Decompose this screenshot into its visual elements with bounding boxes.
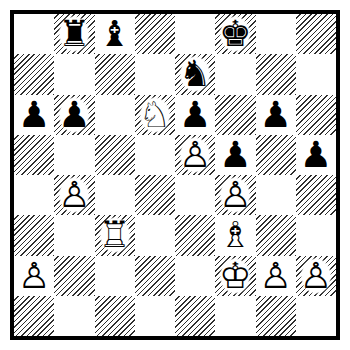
square-a7[interactable] — [14, 54, 54, 94]
square-a8[interactable] — [14, 14, 54, 54]
square-h4[interactable] — [296, 175, 336, 215]
square-h8[interactable] — [296, 14, 336, 54]
square-e1[interactable] — [175, 296, 215, 336]
square-b1[interactable] — [54, 296, 94, 336]
square-f1[interactable] — [215, 296, 255, 336]
square-b5[interactable] — [54, 135, 94, 175]
square-d7[interactable] — [135, 54, 175, 94]
piece-white-pawn[interactable]: ♙ — [259, 256, 291, 296]
piece-white-pawn[interactable]: ♙ — [219, 175, 251, 215]
piece-white-rook[interactable]: ♖ — [98, 215, 130, 255]
square-f7[interactable] — [215, 54, 255, 94]
piece-black-knight[interactable]: ♞ — [179, 54, 211, 94]
piece-white-pawn[interactable]: ♙ — [300, 256, 332, 296]
square-d6[interactable]: ♘ — [135, 95, 175, 135]
square-c6[interactable] — [95, 95, 135, 135]
piece-white-bishop[interactable]: ♗ — [219, 215, 251, 255]
square-b4[interactable]: ♙ — [54, 175, 94, 215]
square-b8[interactable]: ♜ — [54, 14, 94, 54]
square-c8[interactable]: ♝ — [95, 14, 135, 54]
square-b7[interactable] — [54, 54, 94, 94]
square-d8[interactable] — [135, 14, 175, 54]
chess-board: ♜♝♚♞♟♟♘♟♟♙♟♟♙♙♖♗♙♔♙♙ — [14, 14, 336, 336]
square-c4[interactable] — [95, 175, 135, 215]
square-a2[interactable]: ♙ — [14, 256, 54, 296]
square-g3[interactable] — [256, 215, 296, 255]
piece-black-bishop[interactable]: ♝ — [98, 14, 130, 54]
square-f4[interactable]: ♙ — [215, 175, 255, 215]
square-d1[interactable] — [135, 296, 175, 336]
square-d4[interactable] — [135, 175, 175, 215]
square-g2[interactable]: ♙ — [256, 256, 296, 296]
piece-black-rook[interactable]: ♜ — [58, 14, 90, 54]
piece-white-pawn[interactable]: ♙ — [18, 256, 50, 296]
square-f8[interactable]: ♚ — [215, 14, 255, 54]
piece-white-pawn[interactable]: ♙ — [179, 135, 211, 175]
square-b6[interactable]: ♟ — [54, 95, 94, 135]
square-a4[interactable] — [14, 175, 54, 215]
piece-black-king[interactable]: ♚ — [219, 14, 251, 54]
square-e7[interactable]: ♞ — [175, 54, 215, 94]
square-e3[interactable] — [175, 215, 215, 255]
square-c7[interactable] — [95, 54, 135, 94]
square-f2[interactable]: ♔ — [215, 256, 255, 296]
square-h5[interactable]: ♟ — [296, 135, 336, 175]
square-g7[interactable] — [256, 54, 296, 94]
piece-black-pawn[interactable]: ♟ — [18, 95, 50, 135]
square-g4[interactable] — [256, 175, 296, 215]
square-d5[interactable] — [135, 135, 175, 175]
square-g6[interactable]: ♟ — [256, 95, 296, 135]
piece-black-pawn[interactable]: ♟ — [300, 135, 332, 175]
square-c2[interactable] — [95, 256, 135, 296]
piece-white-pawn[interactable]: ♙ — [58, 175, 90, 215]
square-g1[interactable] — [256, 296, 296, 336]
square-a6[interactable]: ♟ — [14, 95, 54, 135]
piece-black-pawn[interactable]: ♟ — [58, 95, 90, 135]
piece-white-knight[interactable]: ♘ — [139, 95, 171, 135]
piece-black-pawn[interactable]: ♟ — [219, 135, 251, 175]
square-g5[interactable] — [256, 135, 296, 175]
square-h1[interactable] — [296, 296, 336, 336]
square-b2[interactable] — [54, 256, 94, 296]
square-e8[interactable] — [175, 14, 215, 54]
square-d2[interactable] — [135, 256, 175, 296]
square-a3[interactable] — [14, 215, 54, 255]
square-f6[interactable] — [215, 95, 255, 135]
piece-white-king[interactable]: ♔ — [219, 256, 251, 296]
square-f5[interactable]: ♟ — [215, 135, 255, 175]
square-a1[interactable] — [14, 296, 54, 336]
square-e2[interactable] — [175, 256, 215, 296]
square-h3[interactable] — [296, 215, 336, 255]
chess-board-frame: ♜♝♚♞♟♟♘♟♟♙♟♟♙♙♖♗♙♔♙♙ — [10, 10, 340, 340]
square-h6[interactable] — [296, 95, 336, 135]
square-h7[interactable] — [296, 54, 336, 94]
piece-black-pawn[interactable]: ♟ — [179, 95, 211, 135]
square-d3[interactable] — [135, 215, 175, 255]
square-h2[interactable]: ♙ — [296, 256, 336, 296]
square-c5[interactable] — [95, 135, 135, 175]
square-c1[interactable] — [95, 296, 135, 336]
square-b3[interactable] — [54, 215, 94, 255]
square-g8[interactable] — [256, 14, 296, 54]
square-c3[interactable]: ♖ — [95, 215, 135, 255]
square-f3[interactable]: ♗ — [215, 215, 255, 255]
square-e4[interactable] — [175, 175, 215, 215]
square-e6[interactable]: ♟ — [175, 95, 215, 135]
square-e5[interactable]: ♙ — [175, 135, 215, 175]
piece-black-pawn[interactable]: ♟ — [259, 95, 291, 135]
square-a5[interactable] — [14, 135, 54, 175]
